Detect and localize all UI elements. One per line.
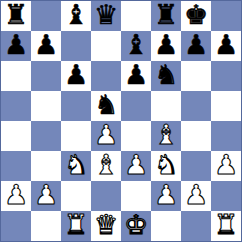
square-g4[interactable] (181, 121, 211, 151)
chess-board: ♜♝♛♜♚♟♟♝♟♟♟♟♟♞♞♟♝♞♝♟♞♟♟♟♟♟♜♛♚♜ (0, 0, 242, 242)
square-f7[interactable]: ♟ (151, 31, 181, 61)
white-pawn-a2[interactable]: ♟ (4, 181, 28, 210)
square-f4[interactable]: ♝ (151, 121, 181, 151)
square-d3[interactable]: ♝ (91, 151, 121, 181)
square-h7[interactable]: ♟ (211, 31, 241, 61)
white-knight-f3[interactable]: ♞ (154, 151, 178, 180)
square-c7[interactable] (61, 31, 91, 61)
square-c4[interactable] (61, 121, 91, 151)
square-a4[interactable] (1, 121, 31, 151)
black-pawn-f7[interactable]: ♟ (154, 31, 178, 60)
square-d6[interactable] (91, 61, 121, 91)
white-pawn-e3[interactable]: ♟ (124, 151, 148, 180)
board-grid: ♜♝♛♜♚♟♟♝♟♟♟♟♟♞♞♟♝♞♝♟♞♟♟♟♟♟♜♛♚♜ (1, 1, 241, 241)
square-c1[interactable]: ♜ (61, 211, 91, 241)
square-h1[interactable]: ♜ (211, 211, 241, 241)
white-bishop-d3[interactable]: ♝ (94, 151, 118, 180)
square-f1[interactable] (151, 211, 181, 241)
square-d8[interactable]: ♛ (91, 1, 121, 31)
square-b8[interactable] (31, 1, 61, 31)
square-e7[interactable]: ♝ (121, 31, 151, 61)
square-d4[interactable]: ♟ (91, 121, 121, 151)
square-f3[interactable]: ♞ (151, 151, 181, 181)
white-rook-c1[interactable]: ♜ (64, 211, 88, 240)
square-c5[interactable] (61, 91, 91, 121)
square-b2[interactable]: ♟ (31, 181, 61, 211)
square-b1[interactable] (31, 211, 61, 241)
square-a2[interactable]: ♟ (1, 181, 31, 211)
white-king-e1[interactable]: ♚ (124, 211, 148, 240)
black-pawn-c6[interactable]: ♟ (64, 61, 88, 90)
square-d1[interactable]: ♛ (91, 211, 121, 241)
square-e4[interactable] (121, 121, 151, 151)
white-knight-c3[interactable]: ♞ (64, 151, 88, 180)
black-queen-d8[interactable]: ♛ (94, 1, 118, 30)
square-g3[interactable] (181, 151, 211, 181)
square-a6[interactable] (1, 61, 31, 91)
square-b3[interactable] (31, 151, 61, 181)
square-d5[interactable]: ♞ (91, 91, 121, 121)
square-h5[interactable] (211, 91, 241, 121)
black-pawn-e6[interactable]: ♟ (124, 61, 148, 90)
black-knight-f6[interactable]: ♞ (154, 61, 178, 90)
square-g6[interactable] (181, 61, 211, 91)
square-g5[interactable] (181, 91, 211, 121)
square-f8[interactable]: ♜ (151, 1, 181, 31)
square-f6[interactable]: ♞ (151, 61, 181, 91)
square-a7[interactable]: ♟ (1, 31, 31, 61)
square-e1[interactable]: ♚ (121, 211, 151, 241)
square-e6[interactable]: ♟ (121, 61, 151, 91)
black-pawn-g7[interactable]: ♟ (184, 31, 208, 60)
white-bishop-f4[interactable]: ♝ (154, 121, 178, 150)
square-h3[interactable]: ♟ (211, 151, 241, 181)
black-king-g8[interactable]: ♚ (184, 1, 208, 30)
square-h2[interactable] (211, 181, 241, 211)
square-g7[interactable]: ♟ (181, 31, 211, 61)
white-pawn-d4[interactable]: ♟ (94, 121, 118, 150)
square-b5[interactable] (31, 91, 61, 121)
square-b7[interactable]: ♟ (31, 31, 61, 61)
square-c8[interactable]: ♝ (61, 1, 91, 31)
black-pawn-a7[interactable]: ♟ (4, 31, 28, 60)
square-a8[interactable]: ♜ (1, 1, 31, 31)
square-g8[interactable]: ♚ (181, 1, 211, 31)
white-rook-h1[interactable]: ♜ (214, 211, 238, 240)
square-h6[interactable] (211, 61, 241, 91)
black-pawn-h7[interactable]: ♟ (214, 31, 238, 60)
square-g1[interactable] (181, 211, 211, 241)
square-f2[interactable]: ♟ (151, 181, 181, 211)
black-rook-f8[interactable]: ♜ (154, 1, 178, 30)
square-h4[interactable] (211, 121, 241, 151)
square-e3[interactable]: ♟ (121, 151, 151, 181)
square-e2[interactable] (121, 181, 151, 211)
black-bishop-e7[interactable]: ♝ (124, 31, 148, 60)
square-a1[interactable] (1, 211, 31, 241)
white-pawn-h3[interactable]: ♟ (214, 151, 238, 180)
square-g2[interactable]: ♟ (181, 181, 211, 211)
black-bishop-c8[interactable]: ♝ (64, 1, 88, 30)
black-knight-d5[interactable]: ♞ (94, 91, 118, 120)
square-a5[interactable] (1, 91, 31, 121)
white-pawn-g2[interactable]: ♟ (184, 181, 208, 210)
square-b6[interactable] (31, 61, 61, 91)
black-pawn-b7[interactable]: ♟ (34, 31, 58, 60)
square-c2[interactable] (61, 181, 91, 211)
square-c6[interactable]: ♟ (61, 61, 91, 91)
white-queen-d1[interactable]: ♛ (94, 211, 118, 240)
square-b4[interactable] (31, 121, 61, 151)
white-pawn-f2[interactable]: ♟ (154, 181, 178, 210)
square-f5[interactable] (151, 91, 181, 121)
square-a3[interactable] (1, 151, 31, 181)
black-rook-a8[interactable]: ♜ (4, 1, 28, 30)
white-pawn-b2[interactable]: ♟ (34, 181, 58, 210)
square-d7[interactable] (91, 31, 121, 61)
square-c3[interactable]: ♞ (61, 151, 91, 181)
square-d2[interactable] (91, 181, 121, 211)
square-e5[interactable] (121, 91, 151, 121)
square-e8[interactable] (121, 1, 151, 31)
square-h8[interactable] (211, 1, 241, 31)
